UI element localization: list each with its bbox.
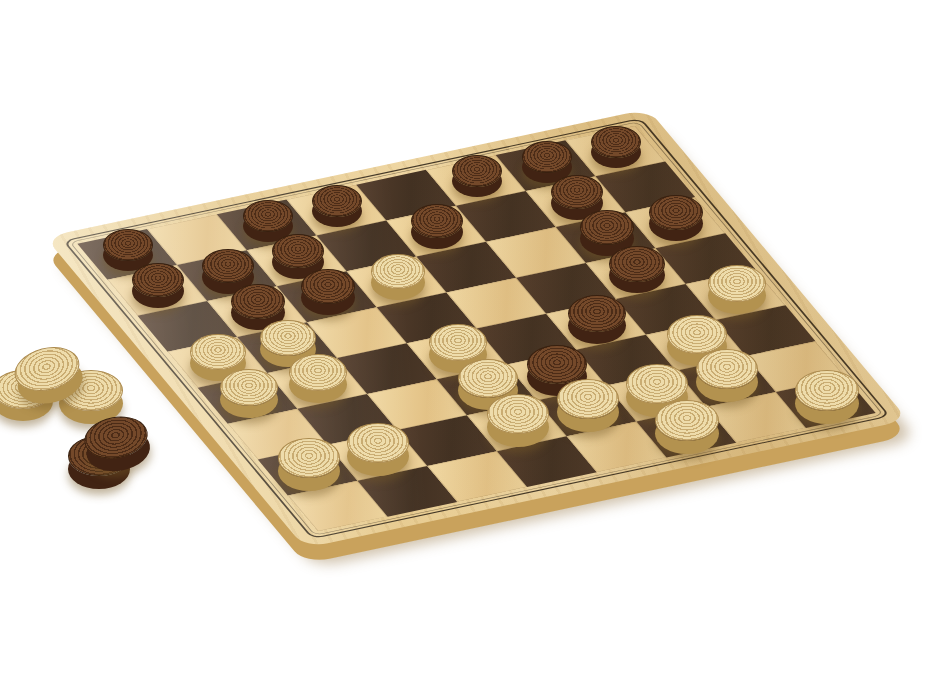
dark-checker-c3[interactable] (301, 269, 355, 304)
light-checker-a7[interactable] (278, 438, 340, 478)
dark-checker-g3[interactable] (580, 210, 634, 245)
dark-checker-g4[interactable] (609, 246, 665, 282)
dark-checker-a2[interactable] (132, 263, 184, 297)
light-checker-b5[interactable] (289, 354, 347, 391)
dark-checker-b3[interactable] (231, 284, 285, 319)
light-checker-d6[interactable] (458, 359, 518, 398)
light-checker-d3[interactable] (371, 254, 425, 289)
light-checker-e7[interactable] (557, 379, 619, 419)
dark-checker-b2[interactable] (202, 249, 254, 283)
light-checker-g6[interactable] (667, 315, 727, 354)
light-checker-d7[interactable] (487, 394, 549, 434)
dark-checker-a1[interactable] (103, 229, 153, 261)
dark-checker-h1[interactable] (591, 126, 641, 158)
light-checker-b7[interactable] (347, 423, 409, 463)
dark-checker-g2[interactable] (551, 175, 603, 209)
checkers-product-photo-scene (0, 0, 928, 686)
dark-checker-g1[interactable] (522, 141, 572, 173)
dark-checker-f5[interactable] (568, 295, 626, 332)
light-checker-a5[interactable] (220, 369, 278, 406)
dark-checker-d1[interactable] (312, 185, 362, 217)
light-checker-f7[interactable] (626, 364, 688, 404)
dark-checker-e6[interactable] (527, 345, 587, 384)
dark-checker-f1[interactable] (452, 155, 502, 187)
light-checker-b4[interactable] (260, 320, 316, 356)
light-checker-f8[interactable] (655, 400, 719, 441)
dark-checker-c1[interactable] (243, 200, 293, 232)
light-checker-g7[interactable] (696, 349, 758, 389)
dark-checker-e2[interactable] (411, 204, 463, 238)
light-checker-h5[interactable] (708, 265, 766, 302)
dark-checker-c2[interactable] (272, 234, 324, 268)
light-checker-h8[interactable] (795, 370, 859, 411)
dark-checker-h3[interactable] (649, 195, 703, 230)
light-checker-d5[interactable] (429, 324, 487, 361)
light-checker-a4[interactable] (190, 334, 246, 370)
